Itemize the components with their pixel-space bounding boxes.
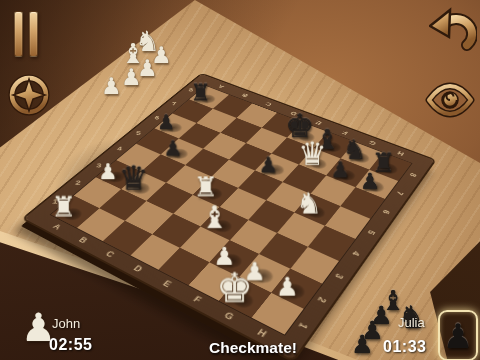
piece-black-rook-a8[interactable]: ♜ xyxy=(190,80,211,104)
black-player-pawn-icon: ♟ xyxy=(443,319,473,353)
white-player-clock: 02:55 xyxy=(49,336,92,354)
view-reset-button[interactable] xyxy=(7,73,51,117)
piece-white-rook-d4[interactable]: ♜ xyxy=(194,173,219,201)
piece-white-queen-f7[interactable]: ♛ xyxy=(298,138,327,170)
piece-black-pawn-b5[interactable]: ♟ xyxy=(163,139,182,160)
pause-icon xyxy=(14,11,23,57)
captured-black-pawn: ♟ xyxy=(351,332,373,357)
game-stage: ♜♚♝♞♜♛♟♟♟♟♟♞♜♟♛♝♟♟♟♜♚AABBCCDDEEFFGGHH887… xyxy=(0,0,480,360)
piece-black-pawn-e6[interactable]: ♟ xyxy=(259,154,278,176)
rank-label-right-7: 7 xyxy=(385,181,415,206)
compass-star-icon xyxy=(12,78,46,112)
piece-white-king-g1[interactable]: ♚ xyxy=(216,268,253,309)
piece-white-rook-a1[interactable]: ♜ xyxy=(51,193,76,221)
square-e3[interactable]: ♝ xyxy=(201,207,248,240)
piece-black-pawn-h7[interactable]: ♟ xyxy=(360,171,380,193)
active-player-frame: ♟ xyxy=(438,310,478,360)
piece-black-queen-b3[interactable]: ♛ xyxy=(118,162,148,195)
piece-white-knight-g5[interactable]: ♞ xyxy=(296,190,322,219)
captured-white-pawn: ♟ xyxy=(101,75,122,98)
black-player-clock: 01:33 xyxy=(383,338,426,356)
captured-white-pawn: ♟ xyxy=(121,66,142,89)
piece-black-pawn-g7[interactable]: ♟ xyxy=(331,159,351,181)
undo-arrow-icon xyxy=(430,10,472,45)
preview-button[interactable] xyxy=(425,81,475,119)
squares-grid: ♜♚♝♞♜♛♟♟♟♟♟♞♜♟♛♝♟♟♟♜♚ xyxy=(51,86,411,335)
pause-icon xyxy=(29,11,38,57)
white-player-name: John xyxy=(52,316,80,331)
eye-icon xyxy=(429,86,471,114)
pause-button[interactable] xyxy=(14,11,42,57)
piece-black-pawn-a6[interactable]: ♟ xyxy=(158,113,176,133)
checkmate-banner: Checkmate! xyxy=(183,339,323,357)
piece-white-bishop-e3[interactable]: ♝ xyxy=(201,202,229,233)
black-player-name: Julia xyxy=(398,315,425,330)
undo-button[interactable] xyxy=(429,7,477,53)
piece-white-pawn-h2[interactable]: ♟ xyxy=(276,274,299,300)
